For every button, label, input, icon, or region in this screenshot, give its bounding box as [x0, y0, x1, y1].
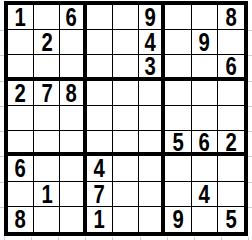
cell-digit: 8: [15, 207, 26, 232]
cell-r6c7[interactable]: 5: [165, 131, 191, 156]
cell-digit: 2: [225, 131, 236, 155]
cell-r8c2[interactable]: 1: [34, 182, 60, 207]
cell-r4c7[interactable]: [165, 81, 191, 106]
sheet-gridline-tick: [248, 106, 252, 107]
cell-r4c8[interactable]: [192, 81, 218, 106]
cell-r5c4[interactable]: [87, 106, 113, 131]
cell-digit: 2: [41, 30, 52, 55]
cell-r2c6[interactable]: 4: [139, 30, 165, 55]
sheet-gridline-tick: [248, 156, 252, 157]
cell-digit: 3: [145, 55, 156, 79]
sheet-gridline-tick: [248, 55, 252, 56]
cell-r2c1[interactable]: [8, 30, 34, 55]
cell-r3c1[interactable]: [8, 55, 34, 80]
sheet-gridline-tick: [248, 182, 252, 183]
cell-r1c7[interactable]: [165, 5, 191, 30]
cell-digit: 2: [15, 81, 26, 106]
cell-digit: 7: [41, 81, 52, 106]
cell-r5c5[interactable]: [113, 106, 139, 131]
cell-r5c7[interactable]: [165, 106, 191, 131]
cell-r2c5[interactable]: [113, 30, 139, 55]
cell-r6c6[interactable]: [139, 131, 165, 156]
cell-digit: 9: [172, 207, 183, 232]
cell-r9c7[interactable]: 9: [165, 207, 191, 232]
cell-r8c8[interactable]: 4: [192, 182, 218, 207]
cell-digit: 1: [41, 182, 52, 207]
sudoku-board: 169824936278562641748195: [4, 1, 248, 236]
cell-r1c5[interactable]: [113, 5, 139, 30]
sheet-gridline-tick: [0, 131, 4, 132]
cell-digit: 9: [145, 5, 156, 30]
cell-r9c6[interactable]: [139, 207, 165, 232]
cell-r9c9[interactable]: 5: [218, 207, 244, 232]
cell-r7c1[interactable]: 6: [8, 156, 34, 181]
cell-r8c4[interactable]: 7: [87, 182, 113, 207]
cell-r6c3[interactable]: [60, 131, 86, 156]
cell-r8c3[interactable]: [60, 182, 86, 207]
cell-r4c9[interactable]: [218, 81, 244, 106]
cell-digit: 7: [94, 182, 105, 207]
cell-r2c3[interactable]: [60, 30, 86, 55]
cell-digit: 9: [199, 30, 210, 55]
cell-digit: 6: [199, 131, 210, 155]
cell-digit: 6: [15, 156, 26, 181]
sheet-gridline-tick: [0, 106, 4, 107]
cell-r2c7[interactable]: [165, 30, 191, 55]
sudoku-screenshot: { "game": "sudoku", "position": "1.6..9.…: [0, 0, 252, 240]
cell-r8c6[interactable]: [139, 182, 165, 207]
cell-r7c5[interactable]: [113, 156, 139, 181]
sheet-gridline-tick: [0, 207, 4, 208]
cell-r1c9[interactable]: 8: [218, 5, 244, 30]
sheet-gridline-tick: [0, 81, 4, 82]
cell-r6c2[interactable]: [34, 131, 60, 156]
cell-r3c8[interactable]: [192, 55, 218, 80]
cell-r3c5[interactable]: [113, 55, 139, 80]
cell-r1c6[interactable]: 9: [139, 5, 165, 30]
cell-digit: 1: [15, 5, 26, 30]
cell-r1c1[interactable]: 1: [8, 5, 34, 30]
cell-r7c3[interactable]: [60, 156, 86, 181]
cell-digit: 8: [225, 5, 236, 30]
cell-digit: 5: [172, 131, 183, 155]
cell-r9c3[interactable]: [60, 207, 86, 232]
cell-r9c2[interactable]: [34, 207, 60, 232]
cell-r5c9[interactable]: [218, 106, 244, 131]
cell-r1c4[interactable]: [87, 5, 113, 30]
cell-r3c6[interactable]: 3: [139, 55, 165, 80]
cell-r4c3[interactable]: 8: [60, 81, 86, 106]
cell-digit: 4: [199, 182, 210, 207]
sheet-gridline-tick: [248, 81, 252, 82]
cell-r3c7[interactable]: [165, 55, 191, 80]
cell-r8c7[interactable]: [165, 182, 191, 207]
cell-r7c4[interactable]: 4: [87, 156, 113, 181]
cell-r1c3[interactable]: 6: [60, 5, 86, 30]
cell-digit: 5: [225, 207, 236, 232]
sheet-gridline-tick: [248, 207, 252, 208]
cell-r6c8[interactable]: 6: [192, 131, 218, 156]
cell-r5c3[interactable]: [60, 106, 86, 131]
sheet-gridline-tick: [248, 131, 252, 132]
cell-r9c8[interactable]: [192, 207, 218, 232]
cell-r5c6[interactable]: [139, 106, 165, 131]
cell-digit: 4: [94, 156, 105, 181]
cell-r7c2[interactable]: [34, 156, 60, 181]
cell-r5c2[interactable]: [34, 106, 60, 131]
cell-r9c1[interactable]: 8: [8, 207, 34, 232]
sheet-gridline-tick: [0, 55, 4, 56]
cell-digit: 6: [225, 55, 236, 79]
cell-r5c1[interactable]: [8, 106, 34, 131]
cell-r7c8[interactable]: [192, 156, 218, 181]
cell-r2c4[interactable]: [87, 30, 113, 55]
cell-r6c4[interactable]: [87, 131, 113, 156]
sheet-gridline-tick: [0, 156, 4, 157]
sheet-gridline-tick: [0, 182, 4, 183]
cell-r1c2[interactable]: [34, 5, 60, 30]
cell-r6c9[interactable]: 2: [218, 131, 244, 156]
cell-r5c8[interactable]: [192, 106, 218, 131]
cell-r3c9[interactable]: 6: [218, 55, 244, 80]
cell-r4c6[interactable]: [139, 81, 165, 106]
cell-r7c7[interactable]: [165, 156, 191, 181]
cell-r4c4[interactable]: [87, 81, 113, 106]
cell-r4c1[interactable]: 2: [8, 81, 34, 106]
cell-r2c9[interactable]: [218, 30, 244, 55]
cell-r1c8[interactable]: [192, 5, 218, 30]
cell-r6c1[interactable]: [8, 131, 34, 156]
cell-r9c4[interactable]: 1: [87, 207, 113, 232]
cell-r4c5[interactable]: [113, 81, 139, 106]
cell-r3c3[interactable]: [60, 55, 86, 80]
sheet-gridline-tick: [248, 30, 252, 31]
cell-r7c9[interactable]: [218, 156, 244, 181]
cell-r9c5[interactable]: [113, 207, 139, 232]
cell-r8c5[interactable]: [113, 182, 139, 207]
cell-r3c4[interactable]: [87, 55, 113, 80]
cell-r8c1[interactable]: [8, 182, 34, 207]
cell-digit: 4: [145, 30, 156, 55]
cell-r7c6[interactable]: [139, 156, 165, 181]
cell-r4c2[interactable]: 7: [34, 81, 60, 106]
cell-r2c8[interactable]: 9: [192, 30, 218, 55]
cell-digit: 6: [66, 5, 77, 30]
cell-r8c9[interactable]: [218, 182, 244, 207]
cell-digit: 8: [66, 81, 77, 106]
cell-r6c5[interactable]: [113, 131, 139, 156]
cell-digit: 1: [94, 207, 105, 232]
sheet-gridline-tick: [0, 30, 4, 31]
cell-r2c2[interactable]: 2: [34, 30, 60, 55]
cell-r3c2[interactable]: [34, 55, 60, 80]
